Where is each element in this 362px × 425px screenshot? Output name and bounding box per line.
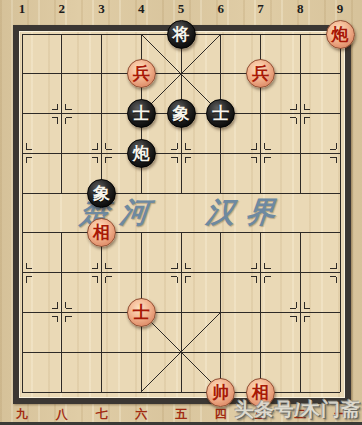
file-label-bottom-4: 六 — [130, 406, 152, 423]
piece-black-advisor-1[interactable]: 士 — [127, 99, 156, 128]
file-label-top-4: 4 — [130, 1, 152, 17]
piece-red-cannon[interactable]: 炮 — [326, 20, 355, 49]
file-label-top-8: 8 — [289, 1, 311, 17]
file-label-bottom-2: 八 — [51, 406, 73, 423]
piece-red-general[interactable]: 帅 — [206, 378, 235, 407]
file-label-top-3: 3 — [91, 1, 113, 17]
file-label-top-5: 5 — [170, 1, 192, 17]
piece-red-soldier-1[interactable]: 兵 — [127, 59, 156, 88]
file-label-top-9: 9 — [329, 1, 351, 17]
piece-black-general[interactable]: 将 — [167, 20, 196, 49]
watermark: 头条号/木门斋 — [235, 397, 361, 423]
piece-black-cannon[interactable]: 炮 — [127, 139, 156, 168]
xiangqi-board[interactable] — [13, 25, 351, 404]
file-label-top-6: 6 — [210, 1, 232, 17]
piece-black-elephant-1[interactable]: 象 — [167, 99, 196, 128]
file-label-bottom-3: 七 — [91, 406, 113, 423]
piece-red-advisor[interactable]: 士 — [127, 298, 156, 327]
river-label-right: 汉界 — [204, 193, 288, 233]
file-label-bottom-1: 九 — [11, 406, 33, 423]
file-label-top-2: 2 — [51, 1, 73, 17]
piece-black-elephant-2[interactable]: 象 — [87, 179, 116, 208]
file-label-bottom-6: 四 — [210, 406, 232, 423]
file-label-top-7: 7 — [250, 1, 272, 17]
screenshot-root: 楚河 汉界 123456789 九八七六五四三二一 将炮兵兵士象士炮象相士帅相 … — [0, 0, 362, 425]
file-label-bottom-5: 五 — [170, 406, 192, 423]
file-label-top-1: 1 — [11, 1, 33, 17]
